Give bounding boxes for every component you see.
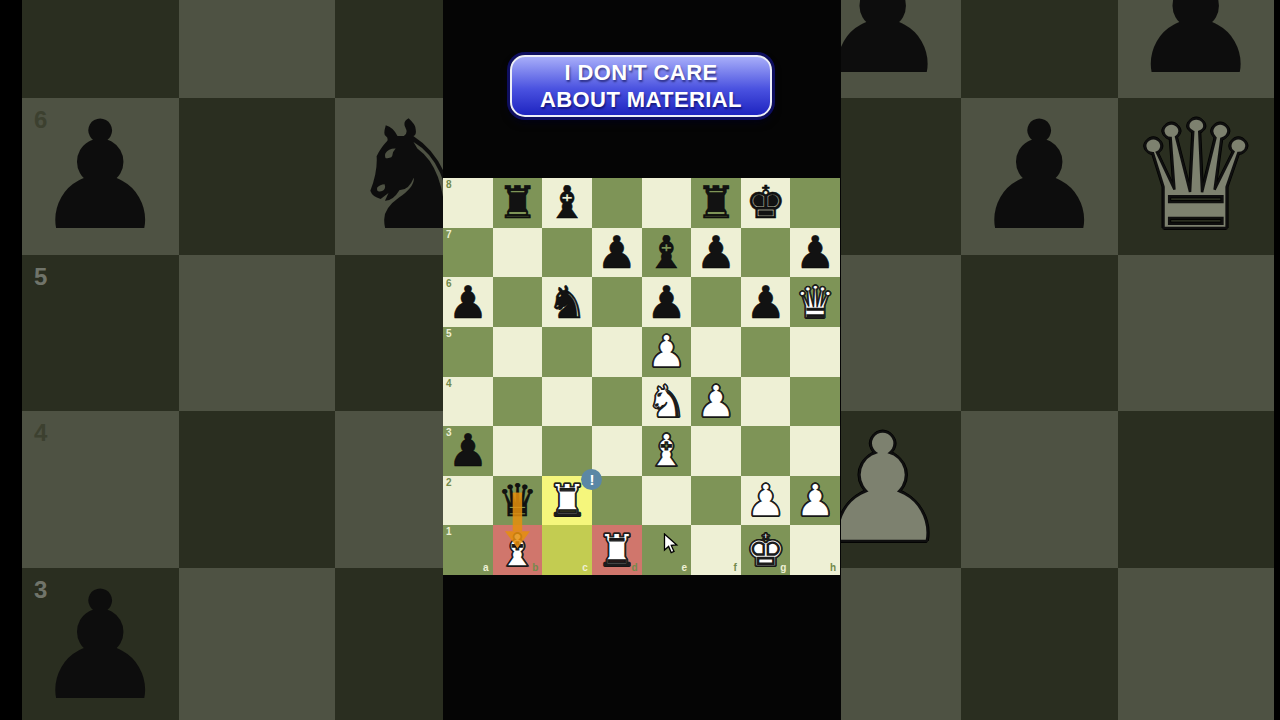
square-a3[interactable]: 3♟: [443, 426, 493, 476]
file-label-c: c: [582, 563, 588, 573]
square-b7: [179, 0, 336, 98]
square-e6[interactable]: ♟: [642, 277, 692, 327]
square-h3[interactable]: [790, 426, 840, 476]
black-pawn[interactable]: ♟: [597, 230, 637, 275]
square-h3: [1118, 568, 1275, 720]
chess-board[interactable]: 8♜♝♜♚7♟♝♟♟6♟♞♟♟♛5♟4♞♟3♟♝2♛♜♟♟1ab♝cd♜efg♚…: [443, 178, 840, 575]
square-f6[interactable]: [691, 277, 741, 327]
banner-line-1: I DON'T CARE: [564, 59, 717, 86]
square-e4[interactable]: ♞: [642, 377, 692, 427]
square-g4[interactable]: [741, 377, 791, 427]
white-pawn[interactable]: ♟: [795, 478, 835, 523]
square-a5: 5: [22, 255, 179, 412]
black-pawn[interactable]: ♟: [448, 280, 488, 325]
rank-label-6: 6: [34, 106, 47, 134]
black-bishop[interactable]: ♝: [547, 180, 587, 225]
square-e5[interactable]: ♟: [642, 327, 692, 377]
square-g3: [961, 568, 1118, 720]
rank-label-5: 5: [34, 263, 47, 291]
square-g7: [961, 0, 1118, 98]
square-b3: [179, 568, 336, 720]
square-h1[interactable]: h: [790, 525, 840, 575]
square-b2[interactable]: ♛: [493, 476, 543, 526]
square-a1[interactable]: 1a: [443, 525, 493, 575]
black-pawn[interactable]: ♟: [448, 428, 488, 473]
black-pawn[interactable]: ♟: [646, 280, 686, 325]
file-label-f: f: [733, 563, 736, 573]
file-label-d: d: [631, 563, 637, 573]
square-c5[interactable]: [542, 327, 592, 377]
white-knight[interactable]: ♞: [646, 379, 686, 424]
square-b3[interactable]: [493, 426, 543, 476]
white-bishop[interactable]: ♝: [646, 428, 686, 473]
square-g5: [961, 255, 1118, 412]
file-label-b: b: [532, 563, 538, 573]
square-b4[interactable]: [493, 377, 543, 427]
square-d8[interactable]: [592, 178, 642, 228]
square-g8[interactable]: ♚: [741, 178, 791, 228]
square-f2[interactable]: [691, 476, 741, 526]
square-a6[interactable]: 6♟: [443, 277, 493, 327]
square-f8[interactable]: ♜: [691, 178, 741, 228]
rank-label-8: 8: [446, 180, 452, 190]
square-h7[interactable]: ♟: [790, 228, 840, 278]
rank-label-4: 4: [34, 419, 47, 447]
file-label-h: h: [830, 563, 836, 573]
square-f7[interactable]: ♟: [691, 228, 741, 278]
square-a4[interactable]: 4: [443, 377, 493, 427]
rank-label-3: 3: [34, 576, 47, 604]
square-c8[interactable]: ♝: [542, 178, 592, 228]
square-f3[interactable]: [691, 426, 741, 476]
black-pawn[interactable]: ♟: [696, 230, 736, 275]
rank-label-7: 7: [446, 230, 452, 240]
white-pawn[interactable]: ♟: [646, 329, 686, 374]
black-pawn[interactable]: ♟: [795, 230, 835, 275]
black-knight[interactable]: ♞: [547, 280, 587, 325]
square-g7[interactable]: [741, 228, 791, 278]
square-c7[interactable]: [542, 228, 592, 278]
black-queen[interactable]: ♛: [497, 478, 537, 523]
black-pawn[interactable]: ♟: [745, 280, 785, 325]
square-h4[interactable]: [790, 377, 840, 427]
white-queen[interactable]: ♛: [795, 280, 835, 325]
square-a3: 3♟: [22, 568, 179, 720]
rank-label-1: 1: [446, 527, 452, 537]
square-h5: [1118, 255, 1275, 412]
square-b5: [179, 255, 336, 412]
square-d6[interactable]: [592, 277, 642, 327]
banner-line-2: ABOUT MATERIAL: [540, 86, 742, 113]
square-a5[interactable]: 5: [443, 327, 493, 377]
square-e3[interactable]: ♝: [642, 426, 692, 476]
square-a7: [22, 0, 179, 98]
square-g3[interactable]: [741, 426, 791, 476]
file-label-a: a: [483, 563, 489, 573]
square-g6[interactable]: ♟: [741, 277, 791, 327]
square-c4[interactable]: [542, 377, 592, 427]
mouse-cursor: [663, 533, 679, 555]
square-a7[interactable]: 7: [443, 228, 493, 278]
square-d1[interactable]: d♜: [592, 525, 642, 575]
rank-label-2: 2: [446, 478, 452, 488]
file-label-e: e: [682, 563, 688, 573]
square-h7: ♟: [1118, 0, 1275, 98]
square-a4: 4: [22, 411, 179, 568]
square-b6[interactable]: [493, 277, 543, 327]
file-label-g: g: [780, 563, 786, 573]
square-h4: [1118, 411, 1275, 568]
white-pawn[interactable]: ♟: [745, 478, 785, 523]
black-pawn: ♟: [33, 101, 167, 251]
square-b8[interactable]: ♜: [493, 178, 543, 228]
white-queen: ♛: [1129, 101, 1263, 251]
square-e7[interactable]: ♝: [642, 228, 692, 278]
square-c6[interactable]: ♞: [542, 277, 592, 327]
black-pawn: ♟: [33, 571, 167, 720]
square-g2[interactable]: ♟: [741, 476, 791, 526]
square-b6: [179, 98, 336, 255]
square-d4[interactable]: [592, 377, 642, 427]
square-b4: [179, 411, 336, 568]
square-h6[interactable]: ♛: [790, 277, 840, 327]
square-c1[interactable]: c: [542, 525, 592, 575]
rank-label-5: 5: [446, 329, 452, 339]
rank-label-6: 6: [446, 279, 452, 289]
rank-label-3: 3: [446, 428, 452, 438]
black-king[interactable]: ♚: [745, 180, 785, 225]
square-b7[interactable]: [493, 228, 543, 278]
black-rook[interactable]: ♜: [497, 180, 537, 225]
square-a6: 6♟: [22, 98, 179, 255]
square-h2[interactable]: ♟: [790, 476, 840, 526]
square-g5[interactable]: [741, 327, 791, 377]
square-e2[interactable]: [642, 476, 692, 526]
square-g6: ♟: [961, 98, 1118, 255]
square-c3[interactable]: [542, 426, 592, 476]
rank-label-4: 4: [446, 379, 452, 389]
black-bishop[interactable]: ♝: [646, 230, 686, 275]
square-b5[interactable]: [493, 327, 543, 377]
caption-banner: I DON'T CARE ABOUT MATERIAL: [510, 55, 772, 117]
square-h6: ♛: [1118, 98, 1275, 255]
square-h8[interactable]: [790, 178, 840, 228]
black-rook[interactable]: ♜: [696, 180, 736, 225]
square-a8[interactable]: 8: [443, 178, 493, 228]
white-pawn[interactable]: ♟: [696, 379, 736, 424]
square-d3[interactable]: [592, 426, 642, 476]
black-pawn: ♟: [1129, 0, 1263, 95]
square-f4[interactable]: ♟: [691, 377, 741, 427]
square-g1[interactable]: g♚: [741, 525, 791, 575]
white-rook[interactable]: ♜: [547, 478, 587, 523]
square-d5[interactable]: [592, 327, 642, 377]
square-e8[interactable]: [642, 178, 692, 228]
square-b1[interactable]: b♝: [493, 525, 543, 575]
square-h5[interactable]: [790, 327, 840, 377]
square-a2[interactable]: 2: [443, 476, 493, 526]
video-frame: ♟♟6♟♞♟♛54♟3♟ 8♜♝♜♚7♟♝♟♟6♟♞♟♟♛5♟4♞♟3♟♝2♛♜…: [0, 0, 1280, 720]
square-g4: [961, 411, 1118, 568]
black-pawn: ♟: [972, 101, 1106, 251]
square-f1[interactable]: f: [691, 525, 741, 575]
square-d7[interactable]: ♟: [592, 228, 642, 278]
square-f5[interactable]: [691, 327, 741, 377]
